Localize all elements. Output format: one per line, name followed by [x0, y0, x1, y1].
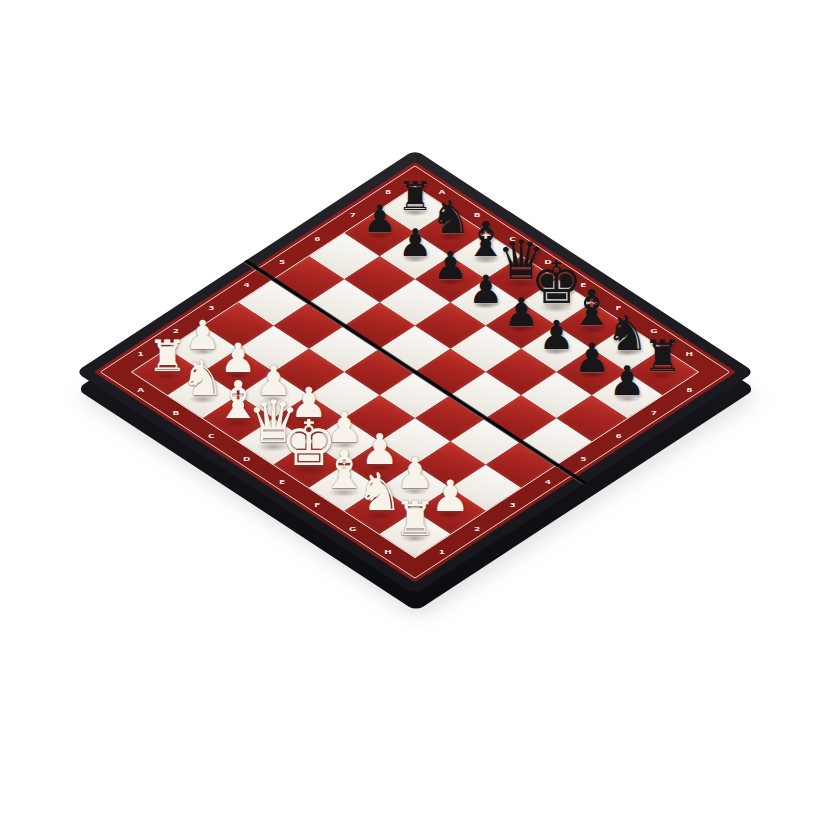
rank-label-right-6: 6 [611, 432, 627, 440]
rank-label-left-8: 8 [380, 188, 396, 196]
file-label-bottom-g: G [345, 525, 361, 533]
rank-label-left-6: 6 [309, 235, 325, 243]
rank-label-right-1: 1 [434, 548, 450, 556]
rank-label-right-3: 3 [505, 501, 521, 509]
black-rook-a8[interactable]: ♜ [397, 176, 433, 216]
rank-label-right-5: 5 [575, 455, 591, 463]
black-pawn-c7[interactable]: ♟ [433, 247, 468, 286]
file-label-bottom-c: C [203, 432, 219, 440]
file-label-bottom-b: B [168, 409, 184, 417]
rank-label-left-4: 4 [239, 281, 255, 289]
white-rook-h1[interactable]: ♜ [394, 495, 436, 542]
rank-label-right-8: 8 [681, 386, 697, 394]
black-pawn-b7[interactable]: ♟ [398, 224, 432, 262]
file-label-bottom-h: H [380, 548, 396, 556]
black-pawn-g7[interactable]: ♟ [574, 338, 610, 378]
file-label-bottom-a: A [133, 386, 149, 394]
rank-label-right-2: 2 [469, 525, 485, 533]
file-label-top-h: H [681, 350, 697, 358]
black-pawn-h7[interactable]: ♟ [609, 361, 646, 402]
black-pawn-a7[interactable]: ♟ [363, 201, 397, 239]
file-label-bottom-f: F [309, 501, 325, 509]
rank-label-left-3: 3 [203, 304, 219, 312]
white-pawn-h2[interactable]: ♟ [431, 475, 470, 518]
chess-set-photo: AABBCCDDEEFFGGHH1122334455667788 ♜♞♝♛♚♝♞… [0, 0, 820, 820]
black-pawn-f7[interactable]: ♟ [538, 315, 574, 355]
rank-label-left-5: 5 [274, 258, 290, 266]
black-rook-h8[interactable]: ♜ [643, 335, 682, 379]
black-pawn-e7[interactable]: ♟ [503, 293, 538, 333]
rank-label-left-7: 7 [345, 212, 361, 220]
rank-label-right-7: 7 [646, 409, 662, 417]
black-pawn-d7[interactable]: ♟ [468, 270, 503, 309]
file-label-bottom-d: D [239, 455, 255, 463]
rank-label-right-4: 4 [540, 478, 556, 486]
file-label-bottom-e: E [274, 478, 290, 486]
rank-label-left-1: 1 [133, 350, 149, 358]
